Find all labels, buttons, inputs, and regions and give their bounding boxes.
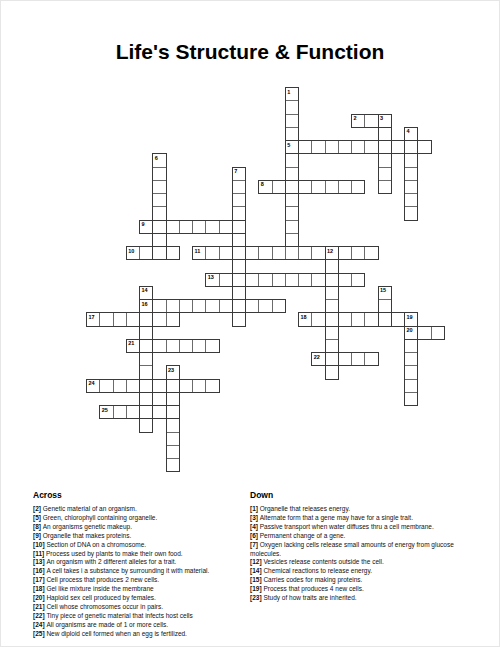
- clue-number: [13]: [33, 558, 46, 565]
- clue-number: [20]: [33, 594, 46, 601]
- grid-cell[interactable]: 23: [166, 365, 180, 379]
- grid-cell[interactable]: [232, 233, 246, 247]
- clue-number: [11]: [33, 550, 46, 557]
- grid-cell[interactable]: [152, 379, 166, 393]
- grid-cell[interactable]: [378, 127, 392, 141]
- clue-item: [9] Organelle that makes proteins.: [33, 532, 247, 541]
- grid-cell[interactable]: [378, 180, 392, 194]
- grid-cell[interactable]: [404, 392, 418, 406]
- clue-item: [12] Vesicles release contents outside t…: [250, 558, 482, 567]
- clue-item: [25] New diploid cell formed when an egg…: [33, 630, 247, 639]
- grid-cell[interactable]: [126, 379, 140, 393]
- cell-number: 3: [380, 115, 383, 121]
- grid-cell[interactable]: [219, 246, 233, 260]
- grid-cell[interactable]: [311, 180, 325, 194]
- grid-cell[interactable]: [152, 220, 166, 234]
- clue-item: [2] Genetic material of an organism.: [33, 505, 247, 514]
- cell-number: 23: [168, 367, 174, 373]
- grid-cell[interactable]: [325, 312, 339, 326]
- grid-cell[interactable]: [126, 405, 140, 419]
- grid-cell[interactable]: [166, 312, 180, 326]
- grid-cell[interactable]: [351, 246, 365, 260]
- grid-cell[interactable]: [166, 405, 180, 419]
- grid-cell[interactable]: 6: [152, 153, 166, 167]
- grid-cell[interactable]: [404, 365, 418, 379]
- grid-cell[interactable]: 1: [285, 87, 299, 101]
- cell-number: 17: [89, 314, 95, 320]
- grid-cell[interactable]: 25: [99, 405, 113, 419]
- grid-cell[interactable]: [338, 180, 352, 194]
- grid-cell[interactable]: 21: [126, 339, 140, 353]
- grid-cell[interactable]: [351, 352, 365, 366]
- clue-item: [15] Carries codes for making proteins.: [250, 576, 482, 585]
- grid-cell[interactable]: [219, 273, 233, 287]
- cell-number: 19: [407, 314, 413, 320]
- grid-cell[interactable]: [325, 286, 339, 300]
- grid-cell[interactable]: [166, 458, 180, 472]
- grid-cell[interactable]: [364, 352, 378, 366]
- grid-cell[interactable]: [166, 379, 180, 393]
- clue-number: [8]: [33, 523, 43, 530]
- grid-cell[interactable]: 22: [311, 352, 325, 366]
- clue-item: [13] An organism with 2 different allele…: [33, 558, 247, 567]
- grid-cell[interactable]: [245, 299, 259, 313]
- grid-cell[interactable]: [166, 445, 180, 459]
- grid-cell[interactable]: [113, 312, 127, 326]
- cell-number: 21: [128, 340, 134, 346]
- grid-cell[interactable]: [113, 405, 127, 419]
- grid-cell[interactable]: [325, 180, 339, 194]
- clue-number: [14]: [250, 567, 263, 574]
- grid-cell[interactable]: [192, 299, 206, 313]
- clue-number: [21]: [33, 603, 46, 610]
- grid-cell[interactable]: [152, 299, 166, 313]
- clue-number: [22]: [33, 612, 46, 619]
- cell-number: 9: [142, 221, 145, 227]
- grid-cell[interactable]: [285, 127, 299, 141]
- grid-cell[interactable]: [391, 140, 405, 154]
- grid-cell[interactable]: [404, 193, 418, 207]
- clue-number: [3]: [250, 514, 260, 521]
- grid-cell[interactable]: [378, 140, 392, 154]
- grid-cell[interactable]: [404, 180, 418, 194]
- clue-item: [14] Chemical reactions to release energ…: [250, 567, 482, 576]
- grid-cell[interactable]: [258, 246, 272, 260]
- grid-cell[interactable]: [232, 193, 246, 207]
- grid-cell[interactable]: [126, 312, 140, 326]
- grid-cell[interactable]: [152, 246, 166, 260]
- grid-cell[interactable]: 11: [192, 246, 206, 260]
- grid-cell[interactable]: [325, 352, 339, 366]
- grid-cell[interactable]: [152, 405, 166, 419]
- grid-cell[interactable]: [417, 140, 431, 154]
- grid-cell[interactable]: 3: [378, 114, 392, 128]
- grid-cell[interactable]: [285, 180, 299, 194]
- grid-cell[interactable]: [325, 365, 339, 379]
- grid-cell[interactable]: [166, 432, 180, 446]
- grid-cell[interactable]: [166, 418, 180, 432]
- cell-number: 15: [380, 287, 386, 293]
- grid-cell[interactable]: [179, 299, 193, 313]
- grid-cell[interactable]: [272, 180, 286, 194]
- cell-number: 11: [195, 248, 201, 254]
- grid-cell[interactable]: [325, 273, 339, 287]
- grid-cell[interactable]: [232, 220, 246, 234]
- grid-cell[interactable]: 17: [86, 312, 100, 326]
- grid-cell[interactable]: 15: [378, 286, 392, 300]
- grid-cell[interactable]: [364, 114, 378, 128]
- clue-number: [17]: [33, 576, 46, 583]
- grid-cell[interactable]: [99, 379, 113, 393]
- clue-number: [19]: [250, 585, 263, 592]
- grid-cell[interactable]: 5: [285, 140, 299, 154]
- grid-cell[interactable]: [285, 273, 299, 287]
- grid-cell[interactable]: [364, 140, 378, 154]
- clue-number: [2]: [33, 505, 43, 512]
- grid-cell[interactable]: [378, 167, 392, 181]
- grid-cell[interactable]: [404, 140, 418, 154]
- grid-cell[interactable]: [338, 352, 352, 366]
- grid-cell[interactable]: [298, 140, 312, 154]
- grid-cell[interactable]: [378, 312, 392, 326]
- grid-cell[interactable]: [311, 312, 325, 326]
- grid-cell[interactable]: [245, 246, 259, 260]
- grid-cell[interactable]: [338, 140, 352, 154]
- grid-cell[interactable]: 4: [404, 127, 418, 141]
- grid-cell[interactable]: [219, 299, 233, 313]
- grid-cell[interactable]: [285, 246, 299, 260]
- grid-cell[interactable]: [232, 299, 246, 313]
- grid-cell[interactable]: [232, 273, 246, 287]
- cell-number: 2: [354, 115, 357, 121]
- grid-cell[interactable]: [285, 167, 299, 181]
- grid-cell[interactable]: [205, 299, 219, 313]
- grid-cell[interactable]: 19: [404, 312, 418, 326]
- grid-cell[interactable]: [391, 312, 405, 326]
- clue-number: [9]: [33, 532, 43, 539]
- grid-cell[interactable]: 18: [298, 312, 312, 326]
- grid-cell[interactable]: [338, 312, 352, 326]
- grid-cell[interactable]: [404, 167, 418, 181]
- grid-cell[interactable]: [338, 273, 352, 287]
- grid-cell[interactable]: [232, 286, 246, 300]
- cell-number: 20: [407, 327, 413, 333]
- clue-number: [10]: [33, 541, 46, 548]
- clue-item: [8] An organisms genetic makeup.: [33, 523, 247, 532]
- across-header: Across: [33, 490, 247, 500]
- grid-cell[interactable]: [192, 339, 206, 353]
- grid-cell[interactable]: [166, 246, 180, 260]
- grid-cell[interactable]: [139, 379, 153, 393]
- grid-cell[interactable]: [113, 379, 127, 393]
- grid-cell[interactable]: [139, 418, 153, 432]
- grid-cell[interactable]: [404, 379, 418, 393]
- cell-number: 10: [128, 248, 134, 254]
- grid-cell[interactable]: [205, 246, 219, 260]
- grid-cell[interactable]: [285, 153, 299, 167]
- grid-cell[interactable]: [325, 259, 339, 273]
- cell-number: 16: [142, 301, 148, 307]
- cell-number: 5: [287, 142, 290, 148]
- clue-item: [23] Study of how traits are inherited.: [250, 594, 482, 603]
- grid-cell[interactable]: [139, 392, 153, 406]
- grid-cell[interactable]: [232, 246, 246, 260]
- grid-cell[interactable]: 24: [86, 379, 100, 393]
- clue-number: [12]: [250, 558, 263, 565]
- grid-cell[interactable]: [139, 339, 153, 353]
- cell-number: 6: [155, 155, 158, 161]
- grid-cell[interactable]: 9: [139, 220, 153, 234]
- clue-item: [11] Process used by plants to make thei…: [33, 550, 247, 559]
- grid-cell[interactable]: [285, 100, 299, 114]
- across-clue-list: [2] Genetic material of an organism.[5] …: [33, 505, 247, 639]
- clue-item: [17] Cell process that produces 2 new ce…: [33, 576, 247, 585]
- grid-cell[interactable]: [139, 326, 153, 340]
- cell-number: 18: [301, 314, 307, 320]
- grid-cell[interactable]: 10: [126, 246, 140, 260]
- grid-cell[interactable]: [152, 167, 166, 181]
- cell-number: 8: [261, 181, 264, 187]
- grid-cell[interactable]: [152, 312, 166, 326]
- grid-cell[interactable]: [285, 206, 299, 220]
- grid-cell[interactable]: [338, 246, 352, 260]
- clue-item: [3] Alternate form that a gene may have …: [250, 514, 482, 523]
- cell-number: 13: [208, 274, 214, 280]
- cell-number: 12: [327, 248, 333, 254]
- grid-cell[interactable]: [205, 379, 219, 393]
- grid-cell[interactable]: [431, 326, 445, 340]
- grid-cell[interactable]: 16: [139, 299, 153, 313]
- grid-cell[interactable]: 2: [351, 114, 365, 128]
- clue-number: [23]: [250, 594, 263, 601]
- clue-item: [20] Haploid sex cell produced by female…: [33, 594, 247, 603]
- across-clues-section: Across [2] Genetic material of an organi…: [33, 490, 247, 639]
- crossword-grid: 2358910111213161718192021222425146714152…: [86, 87, 444, 472]
- grid-cell[interactable]: [258, 273, 272, 287]
- clue-number: [16]: [33, 567, 46, 574]
- grid-cell[interactable]: [99, 312, 113, 326]
- grid-cell[interactable]: [404, 339, 418, 353]
- grid-cell[interactable]: [311, 246, 325, 260]
- grid-cell[interactable]: [166, 392, 180, 406]
- grid-cell[interactable]: [298, 246, 312, 260]
- grid-cell[interactable]: [179, 339, 193, 353]
- puzzle-title: Life's Structure & Function: [0, 40, 500, 64]
- grid-cell[interactable]: [285, 220, 299, 234]
- grid-cell[interactable]: [272, 246, 286, 260]
- grid-cell[interactable]: [298, 273, 312, 287]
- grid-cell[interactable]: [311, 273, 325, 287]
- clue-number: [15]: [250, 576, 263, 583]
- grid-cell[interactable]: [378, 153, 392, 167]
- grid-cell[interactable]: [417, 326, 431, 340]
- grid-cell[interactable]: [272, 299, 286, 313]
- grid-cell[interactable]: [311, 140, 325, 154]
- grid-cell[interactable]: [325, 339, 339, 353]
- clue-item: [1] Organelle that releases energy.: [250, 505, 482, 514]
- grid-cell[interactable]: [152, 193, 166, 207]
- clue-item: [16] A cell takes i a substance by surro…: [33, 567, 247, 576]
- grid-cell[interactable]: [205, 339, 219, 353]
- grid-cell[interactable]: [285, 193, 299, 207]
- grid-cell[interactable]: [192, 379, 206, 393]
- grid-cell[interactable]: 13: [205, 273, 219, 287]
- grid-cell[interactable]: [139, 312, 153, 326]
- cell-number: 7: [234, 168, 237, 174]
- grid-cell[interactable]: [232, 312, 246, 326]
- grid-cell[interactable]: [404, 352, 418, 366]
- clue-number: [6]: [250, 532, 260, 539]
- grid-cell[interactable]: [152, 233, 166, 247]
- grid-cell[interactable]: [325, 140, 339, 154]
- grid-cell[interactable]: [378, 299, 392, 313]
- clue-number: [5]: [33, 514, 43, 521]
- grid-cell[interactable]: [166, 339, 180, 353]
- grid-cell[interactable]: [258, 299, 272, 313]
- clue-number: [18]: [33, 585, 46, 592]
- grid-cell[interactable]: [166, 299, 180, 313]
- grid-cell[interactable]: [232, 259, 246, 273]
- grid-cell[interactable]: [192, 220, 206, 234]
- clue-item: [19] Process that produces 4 new cells.: [250, 585, 482, 594]
- grid-cell[interactable]: [152, 339, 166, 353]
- grid-cell[interactable]: [232, 180, 246, 194]
- clue-item: [6] Permanent change of a gene.: [250, 532, 482, 541]
- grid-cell[interactable]: 20: [404, 326, 418, 340]
- grid-cell[interactable]: [364, 312, 378, 326]
- grid-cell[interactable]: 8: [258, 180, 272, 194]
- clue-number: [24]: [33, 621, 46, 628]
- grid-cell[interactable]: 12: [325, 246, 339, 260]
- clue-item: [24] All organisms are made of 1 or more…: [33, 621, 247, 630]
- grid-cell[interactable]: [364, 246, 378, 260]
- grid-cell[interactable]: [404, 153, 418, 167]
- grid-cell[interactable]: [404, 206, 418, 220]
- grid-cell[interactable]: 7: [232, 167, 246, 181]
- grid-cell[interactable]: [351, 312, 365, 326]
- grid-cell[interactable]: [152, 180, 166, 194]
- cell-number: 22: [314, 354, 320, 360]
- grid-cell[interactable]: [139, 246, 153, 260]
- grid-cell[interactable]: [325, 299, 339, 313]
- grid-cell[interactable]: [205, 220, 219, 234]
- grid-cell[interactable]: [285, 233, 299, 247]
- cell-number: 25: [102, 407, 108, 413]
- clue-number: [25]: [33, 630, 46, 637]
- clue-item: [21] Cell whose chromosomes occur in pai…: [33, 603, 247, 612]
- grid-cell[interactable]: [351, 180, 365, 194]
- clue-item: [5] Green, chlorophyll containing organe…: [33, 514, 247, 523]
- grid-cell[interactable]: [139, 405, 153, 419]
- grid-cell[interactable]: [285, 114, 299, 128]
- grid-cell[interactable]: [325, 326, 339, 340]
- down-clue-list: [1] Organelle that releases energy.[3] A…: [250, 505, 482, 603]
- clue-item: [10] Section of DNA on a chromosome.: [33, 541, 247, 550]
- grid-cell[interactable]: [298, 180, 312, 194]
- clue-item: [18] Gel like mixture inside the membran…: [33, 585, 247, 594]
- grid-cell[interactable]: [179, 220, 193, 234]
- down-header: Down: [250, 490, 482, 500]
- clue-item: [7] Oxygen lacking cells release small a…: [250, 541, 482, 559]
- grid-cell[interactable]: [272, 273, 286, 287]
- clue-number: [7]: [250, 541, 260, 548]
- grid-cell[interactable]: [179, 379, 193, 393]
- grid-cell[interactable]: [351, 140, 365, 154]
- grid-cell[interactable]: [219, 220, 233, 234]
- cell-number: 4: [407, 128, 410, 134]
- grid-cell[interactable]: [152, 206, 166, 220]
- down-clues-section: Down [1] Organelle that releases energy.…: [250, 490, 482, 603]
- clue-item: [4] Passive transport when water diffuse…: [250, 523, 482, 532]
- grid-cell[interactable]: 14: [139, 286, 153, 300]
- cell-number: 24: [89, 380, 95, 386]
- clue-number: [1]: [250, 505, 260, 512]
- cell-number: 14: [142, 287, 148, 293]
- grid-cell[interactable]: [245, 273, 259, 287]
- cell-number: 1: [287, 89, 290, 95]
- grid-cell[interactable]: [139, 352, 153, 366]
- crossword-page: Life's Structure & Function 235891011121…: [0, 0, 500, 647]
- clue-number: [4]: [250, 523, 260, 530]
- grid-cell[interactable]: [166, 220, 180, 234]
- grid-cell[interactable]: [232, 206, 246, 220]
- clue-item: [22] Tiny piece of genetic material that…: [33, 612, 247, 621]
- grid-cell[interactable]: [351, 273, 365, 287]
- grid-cell[interactable]: [139, 365, 153, 379]
